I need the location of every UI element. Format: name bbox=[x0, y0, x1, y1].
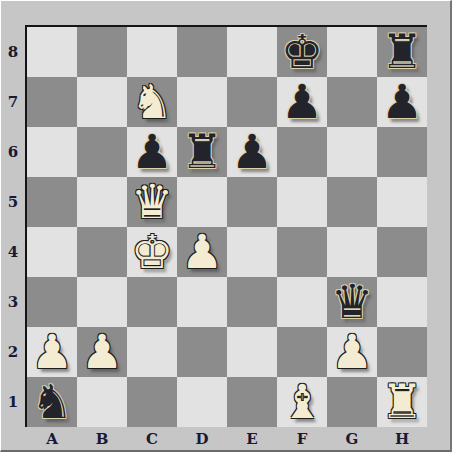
square-b7[interactable] bbox=[77, 77, 127, 127]
piece-black-rook-d6: ♜ bbox=[177, 127, 227, 177]
piece-black-pawn-e6: ♟ bbox=[227, 127, 277, 177]
rank-label-2: 2 bbox=[1, 327, 25, 377]
square-e5[interactable] bbox=[227, 177, 277, 227]
square-f1[interactable]: ♝ bbox=[277, 377, 327, 427]
square-c6[interactable]: ♟ bbox=[127, 127, 177, 177]
square-b8[interactable] bbox=[77, 27, 127, 77]
piece-black-pawn-f7: ♟ bbox=[277, 77, 327, 127]
piece-white-queen-c5: ♛ bbox=[127, 177, 177, 227]
square-g8[interactable] bbox=[327, 27, 377, 77]
rank-label-4: 4 bbox=[1, 227, 25, 277]
square-d1[interactable] bbox=[177, 377, 227, 427]
square-h7[interactable]: ♟ bbox=[377, 77, 427, 127]
square-c5[interactable]: ♛ bbox=[127, 177, 177, 227]
square-f6[interactable] bbox=[277, 127, 327, 177]
piece-white-pawn-d4: ♟ bbox=[177, 227, 227, 277]
rank-label-5: 5 bbox=[1, 177, 25, 227]
file-label-b: B bbox=[77, 427, 127, 450]
square-c3[interactable] bbox=[127, 277, 177, 327]
square-g3[interactable]: ♛ bbox=[327, 277, 377, 327]
square-f5[interactable] bbox=[277, 177, 327, 227]
square-a4[interactable] bbox=[27, 227, 77, 277]
square-e2[interactable] bbox=[227, 327, 277, 377]
square-f4[interactable] bbox=[277, 227, 327, 277]
square-d2[interactable] bbox=[177, 327, 227, 377]
square-g6[interactable] bbox=[327, 127, 377, 177]
rank-label-1: 1 bbox=[1, 377, 25, 427]
piece-black-pawn-h7: ♟ bbox=[377, 77, 427, 127]
file-label-h: H bbox=[377, 427, 427, 450]
square-a1[interactable]: ♞ bbox=[27, 377, 77, 427]
square-b6[interactable] bbox=[77, 127, 127, 177]
square-e3[interactable] bbox=[227, 277, 277, 327]
square-g7[interactable] bbox=[327, 77, 377, 127]
square-h4[interactable] bbox=[377, 227, 427, 277]
square-e4[interactable] bbox=[227, 227, 277, 277]
square-f3[interactable] bbox=[277, 277, 327, 327]
piece-black-king-f8: ♚ bbox=[277, 27, 327, 77]
file-label-a: A bbox=[27, 427, 77, 450]
square-h2[interactable] bbox=[377, 327, 427, 377]
square-d5[interactable] bbox=[177, 177, 227, 227]
square-h5[interactable] bbox=[377, 177, 427, 227]
square-d3[interactable] bbox=[177, 277, 227, 327]
piece-black-pawn-c6: ♟ bbox=[127, 127, 177, 177]
file-labels: ABCDEFGH bbox=[27, 427, 427, 450]
square-a2[interactable]: ♟ bbox=[27, 327, 77, 377]
square-c1[interactable] bbox=[127, 377, 177, 427]
square-h6[interactable] bbox=[377, 127, 427, 177]
piece-white-bishop-f1: ♝ bbox=[277, 377, 327, 427]
piece-black-rook-h8: ♜ bbox=[377, 27, 427, 77]
square-d8[interactable] bbox=[177, 27, 227, 77]
piece-white-knight-c7: ♞ bbox=[127, 77, 177, 127]
square-c2[interactable] bbox=[127, 327, 177, 377]
square-c8[interactable] bbox=[127, 27, 177, 77]
square-b5[interactable] bbox=[77, 177, 127, 227]
rank-label-8: 8 bbox=[1, 27, 25, 77]
square-c7[interactable]: ♞ bbox=[127, 77, 177, 127]
chess-board: ♚♜♞♟♟♟♜♟♛♚♟♛♟♟♟♞♝♜ bbox=[25, 25, 427, 427]
square-b3[interactable] bbox=[77, 277, 127, 327]
square-f2[interactable] bbox=[277, 327, 327, 377]
piece-black-knight-a1: ♞ bbox=[27, 377, 77, 427]
square-a8[interactable] bbox=[27, 27, 77, 77]
square-b4[interactable] bbox=[77, 227, 127, 277]
square-b1[interactable] bbox=[77, 377, 127, 427]
piece-black-queen-g3: ♛ bbox=[327, 277, 377, 327]
square-e6[interactable]: ♟ bbox=[227, 127, 277, 177]
file-label-c: C bbox=[127, 427, 177, 450]
square-c4[interactable]: ♚ bbox=[127, 227, 177, 277]
piece-white-pawn-g2: ♟ bbox=[327, 327, 377, 377]
square-g1[interactable] bbox=[327, 377, 377, 427]
square-e7[interactable] bbox=[227, 77, 277, 127]
square-d6[interactable]: ♜ bbox=[177, 127, 227, 177]
file-label-e: E bbox=[227, 427, 277, 450]
square-d7[interactable] bbox=[177, 77, 227, 127]
file-label-f: F bbox=[277, 427, 327, 450]
square-d4[interactable]: ♟ bbox=[177, 227, 227, 277]
square-g4[interactable] bbox=[327, 227, 377, 277]
square-e1[interactable] bbox=[227, 377, 277, 427]
diagram-frame: 87654321 ♚♜♞♟♟♟♜♟♛♚♟♛♟♟♟♞♝♜ ABCDEFGH bbox=[0, 0, 452, 452]
square-f7[interactable]: ♟ bbox=[277, 77, 327, 127]
square-h1[interactable]: ♜ bbox=[377, 377, 427, 427]
piece-white-king-c4: ♚ bbox=[127, 227, 177, 277]
piece-white-rook-h1: ♜ bbox=[377, 377, 427, 427]
rank-label-7: 7 bbox=[1, 77, 25, 127]
piece-white-pawn-b2: ♟ bbox=[77, 327, 127, 377]
square-a7[interactable] bbox=[27, 77, 77, 127]
square-h8[interactable]: ♜ bbox=[377, 27, 427, 77]
square-e8[interactable] bbox=[227, 27, 277, 77]
rank-label-3: 3 bbox=[1, 277, 25, 327]
square-a5[interactable] bbox=[27, 177, 77, 227]
square-a3[interactable] bbox=[27, 277, 77, 327]
rank-labels: 87654321 bbox=[1, 27, 25, 427]
square-a6[interactable] bbox=[27, 127, 77, 177]
rank-label-6: 6 bbox=[1, 127, 25, 177]
file-label-d: D bbox=[177, 427, 227, 450]
file-label-g: G bbox=[327, 427, 377, 450]
square-h3[interactable] bbox=[377, 277, 427, 327]
square-b2[interactable]: ♟ bbox=[77, 327, 127, 377]
square-g2[interactable]: ♟ bbox=[327, 327, 377, 377]
square-f8[interactable]: ♚ bbox=[277, 27, 327, 77]
square-g5[interactable] bbox=[327, 177, 377, 227]
piece-white-pawn-a2: ♟ bbox=[27, 327, 77, 377]
